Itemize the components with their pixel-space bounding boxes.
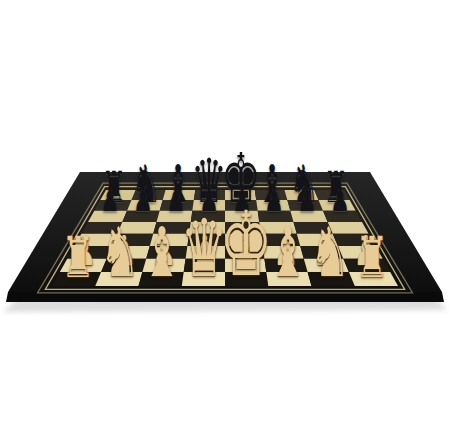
square-f1	[266, 272, 311, 286]
square-e2	[225, 259, 266, 272]
square-g8	[285, 190, 319, 200]
square-b1	[95, 272, 142, 286]
square-f3	[263, 246, 304, 259]
square-f2	[264, 259, 307, 272]
square-h5	[328, 222, 369, 234]
board-squares	[52, 190, 398, 286]
square-d6	[191, 211, 225, 222]
square-e4	[225, 234, 263, 246]
square-d4	[187, 234, 225, 246]
square-a5	[81, 222, 122, 234]
square-h6	[323, 211, 362, 222]
square-h7	[319, 200, 356, 211]
square-b3	[107, 246, 150, 259]
square-e5	[225, 222, 261, 234]
square-d3	[186, 246, 225, 259]
square-a1	[52, 272, 101, 286]
square-f8	[255, 190, 287, 200]
square-a7	[94, 200, 131, 211]
square-h4	[333, 234, 376, 246]
square-a4	[75, 234, 118, 246]
square-h3	[338, 246, 383, 259]
square-d7	[192, 200, 225, 211]
square-a2	[60, 259, 107, 272]
square-g6	[290, 211, 327, 222]
chess-set-photo: ♜♞♝♛♚♝♞♜♟♟♟♟♟♟♟♟♟♟♟♟♟♟♟♟♜♞♝♛♚♝♞♜	[0, 0, 450, 433]
square-h1	[349, 272, 398, 286]
square-b6	[122, 211, 159, 222]
square-d1	[182, 272, 225, 286]
square-g2	[304, 259, 349, 272]
square-d2	[184, 259, 225, 272]
square-e6	[225, 211, 259, 222]
square-d8	[194, 190, 225, 200]
square-f6	[258, 211, 294, 222]
square-a3	[67, 246, 112, 259]
square-c8	[163, 190, 196, 200]
square-e3	[225, 246, 264, 259]
square-g4	[297, 234, 338, 246]
square-g5	[294, 222, 333, 234]
square-d5	[189, 222, 225, 234]
square-c5	[153, 222, 191, 234]
square-b2	[101, 259, 146, 272]
square-g7	[287, 200, 323, 211]
square-a8	[100, 190, 136, 200]
square-b4	[112, 234, 153, 246]
square-c7	[160, 200, 194, 211]
square-g3	[300, 246, 343, 259]
square-b8	[132, 190, 166, 200]
square-f4	[261, 234, 300, 246]
square-a6	[88, 211, 127, 222]
square-c2	[142, 259, 185, 272]
square-h2	[343, 259, 390, 272]
square-c3	[146, 246, 187, 259]
square-f5	[259, 222, 297, 234]
square-b7	[127, 200, 163, 211]
square-c1	[139, 272, 184, 286]
square-h8	[314, 190, 349, 200]
square-e1	[225, 272, 268, 286]
square-g1	[308, 272, 355, 286]
square-f7	[256, 200, 290, 211]
square-e7	[225, 200, 258, 211]
square-b5	[117, 222, 156, 234]
square-e8	[225, 190, 256, 200]
square-c6	[157, 211, 193, 222]
chess-board	[0, 0, 450, 433]
square-c4	[150, 234, 189, 246]
